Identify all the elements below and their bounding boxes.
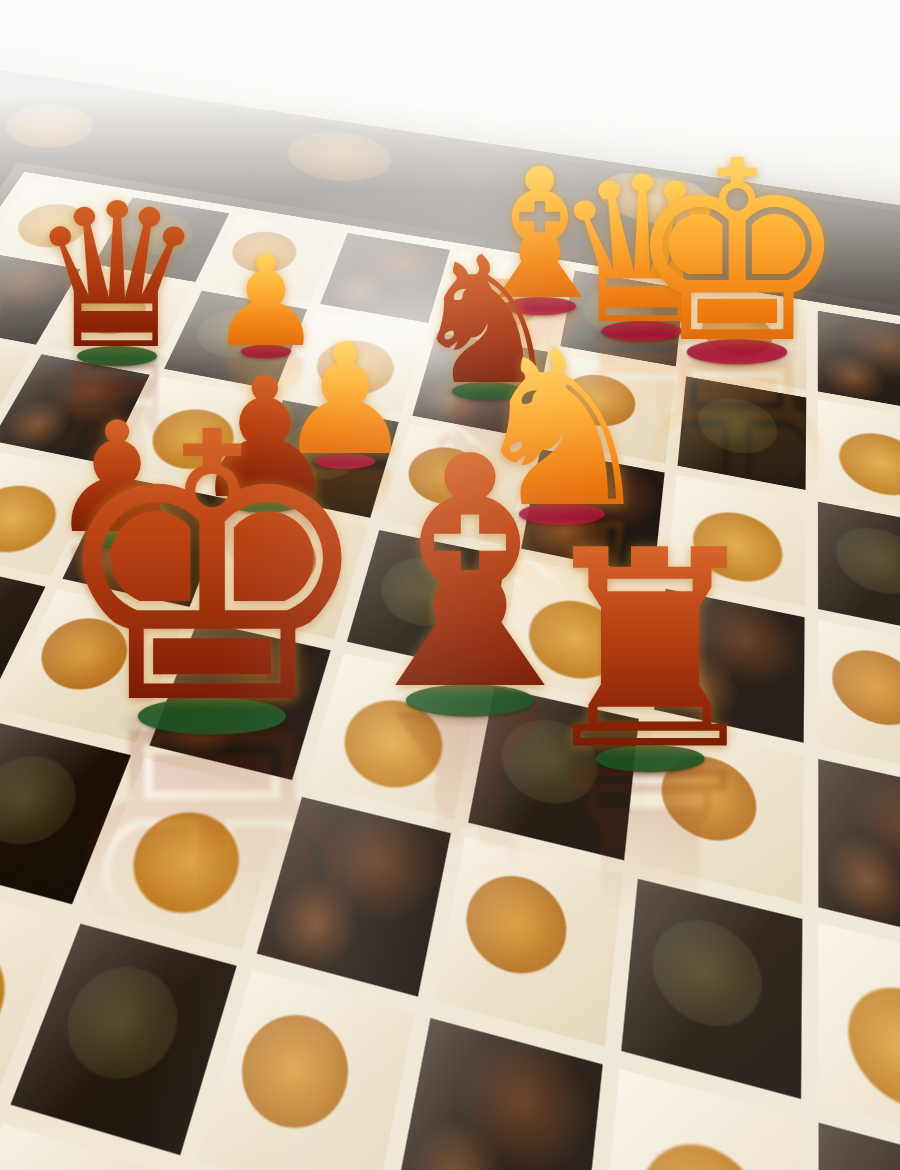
queen-glyph: ♛ xyxy=(27,177,206,377)
pieces-layer: ♝♝♛♛♟♟♚♚♛♛♞♞♟♟♟♟♞♞♟♟♝♝♚♚♜♜ xyxy=(0,0,900,1170)
king-glyph: ♚ xyxy=(46,385,378,755)
photo: ♝♝♛♛♟♟♚♚♛♛♞♞♟♟♟♟♞♞♟♟♝♝♚♚♜♜ xyxy=(0,0,900,1170)
king-glyph: ♚ xyxy=(625,129,848,378)
rook-glyph: ♜ xyxy=(528,514,773,787)
